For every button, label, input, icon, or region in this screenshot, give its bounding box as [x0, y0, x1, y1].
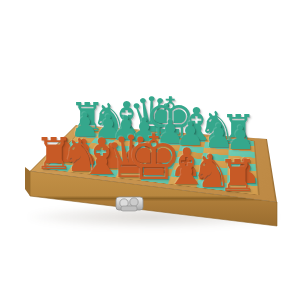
box-left-face [25, 167, 30, 196]
ground-shadow [28, 206, 280, 228]
chess-board [45, 128, 258, 195]
board-frame [30, 125, 277, 202]
chess-set-photo: ♜♞♝♛♚♝♞♜♟♟♟♟♟♟♟♟♟♟♟♟♟♟♟♟♜♞♝♛♚♝♞♜ [0, 0, 300, 300]
square-d1 [115, 171, 144, 181]
square-e1 [141, 173, 170, 183]
